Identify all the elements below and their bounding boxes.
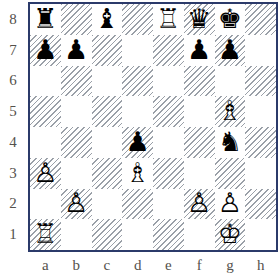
- piece-white-bishop: ♗: [218, 97, 242, 124]
- square-b5[interactable]: [61, 96, 92, 127]
- rank-label-3: 3: [0, 158, 26, 189]
- square-f2[interactable]: ♙: [184, 189, 215, 220]
- square-e7[interactable]: [153, 35, 184, 66]
- square-c8[interactable]: ♝: [92, 4, 123, 35]
- square-f4[interactable]: [184, 127, 215, 158]
- rank-label-6: 6: [0, 66, 26, 97]
- file-label-f: f: [184, 253, 215, 278]
- square-h6[interactable]: [245, 66, 276, 97]
- square-b7[interactable]: ♟: [61, 35, 92, 66]
- piece-black-rook: ♜: [33, 5, 57, 32]
- square-d6[interactable]: [122, 66, 153, 97]
- file-label-h: h: [245, 253, 276, 278]
- square-f7[interactable]: ♟: [184, 35, 215, 66]
- square-f3[interactable]: [184, 158, 215, 189]
- square-g2[interactable]: ♙: [215, 189, 246, 220]
- square-e6[interactable]: [153, 66, 184, 97]
- square-a8[interactable]: ♜: [30, 4, 61, 35]
- piece-black-queen: ♛: [187, 5, 211, 32]
- square-e1[interactable]: [153, 219, 184, 250]
- square-e3[interactable]: [153, 158, 184, 189]
- rank-label-7: 7: [0, 35, 26, 66]
- square-d4[interactable]: ♟: [122, 127, 153, 158]
- square-h1[interactable]: [245, 219, 276, 250]
- square-e8[interactable]: ♖: [153, 4, 184, 35]
- square-h4[interactable]: [245, 127, 276, 158]
- square-e5[interactable]: [153, 96, 184, 127]
- piece-black-pawn: ♟: [218, 36, 242, 63]
- square-g8[interactable]: ♚: [215, 4, 246, 35]
- chess-diagram: 8 7 6 5 4 3 2 1 ♜♝♖♛♚♟♟♟♟♗♟♞♙♗♙♙♙♖♔ a b …: [0, 0, 279, 280]
- rank-label-5: 5: [0, 96, 26, 127]
- piece-black-pawn: ♟: [126, 128, 150, 155]
- square-a3[interactable]: ♙: [30, 158, 61, 189]
- square-h7[interactable]: [245, 35, 276, 66]
- file-label-c: c: [92, 253, 123, 278]
- square-f8[interactable]: ♛: [184, 4, 215, 35]
- square-a6[interactable]: [30, 66, 61, 97]
- piece-white-king: ♔: [218, 220, 242, 247]
- piece-black-pawn: ♟: [64, 36, 88, 63]
- rank-label-4: 4: [0, 127, 26, 158]
- square-a2[interactable]: [30, 189, 61, 220]
- square-h3[interactable]: [245, 158, 276, 189]
- piece-white-pawn: ♙: [33, 159, 57, 186]
- rank-label-8: 8: [0, 4, 26, 35]
- square-h5[interactable]: [245, 96, 276, 127]
- rank-label-1: 1: [0, 219, 26, 250]
- square-b8[interactable]: [61, 4, 92, 35]
- square-c1[interactable]: [92, 219, 123, 250]
- square-f6[interactable]: [184, 66, 215, 97]
- file-label-b: b: [61, 253, 92, 278]
- square-g5[interactable]: ♗: [215, 96, 246, 127]
- piece-white-pawn: ♙: [187, 189, 211, 216]
- square-c4[interactable]: [92, 127, 123, 158]
- square-g6[interactable]: [215, 66, 246, 97]
- piece-black-pawn: ♟: [33, 36, 57, 63]
- file-label-e: e: [153, 253, 184, 278]
- square-a4[interactable]: [30, 127, 61, 158]
- piece-black-pawn: ♟: [187, 36, 211, 63]
- square-f5[interactable]: [184, 96, 215, 127]
- square-c2[interactable]: [92, 189, 123, 220]
- square-b3[interactable]: [61, 158, 92, 189]
- square-g4[interactable]: ♞: [215, 127, 246, 158]
- square-c3[interactable]: [92, 158, 123, 189]
- square-a1[interactable]: ♖: [30, 219, 61, 250]
- square-d1[interactable]: [122, 219, 153, 250]
- square-c7[interactable]: [92, 35, 123, 66]
- square-b1[interactable]: [61, 219, 92, 250]
- square-c6[interactable]: [92, 66, 123, 97]
- piece-white-pawn: ♙: [218, 189, 242, 216]
- square-h2[interactable]: [245, 189, 276, 220]
- square-d7[interactable]: [122, 35, 153, 66]
- square-a5[interactable]: [30, 96, 61, 127]
- square-a7[interactable]: ♟: [30, 35, 61, 66]
- square-f1[interactable]: [184, 219, 215, 250]
- piece-white-bishop: ♗: [126, 159, 150, 186]
- square-b2[interactable]: ♙: [61, 189, 92, 220]
- chess-board: ♜♝♖♛♚♟♟♟♟♗♟♞♙♗♙♙♙♖♔: [28, 2, 278, 252]
- piece-white-pawn: ♙: [64, 189, 88, 216]
- piece-white-rook: ♖: [156, 5, 180, 32]
- rank-label-2: 2: [0, 189, 26, 220]
- square-b4[interactable]: [61, 127, 92, 158]
- file-label-a: a: [30, 253, 61, 278]
- piece-black-knight: ♞: [218, 128, 242, 155]
- piece-black-bishop: ♝: [95, 5, 119, 32]
- square-c5[interactable]: [92, 96, 123, 127]
- piece-black-king: ♚: [218, 5, 242, 32]
- square-d2[interactable]: [122, 189, 153, 220]
- square-d3[interactable]: ♗: [122, 158, 153, 189]
- file-label-d: d: [122, 253, 153, 278]
- square-g7[interactable]: ♟: [215, 35, 246, 66]
- square-e4[interactable]: [153, 127, 184, 158]
- square-e2[interactable]: [153, 189, 184, 220]
- square-g3[interactable]: [215, 158, 246, 189]
- square-d8[interactable]: [122, 4, 153, 35]
- square-d5[interactable]: [122, 96, 153, 127]
- square-b6[interactable]: [61, 66, 92, 97]
- square-h8[interactable]: [245, 4, 276, 35]
- square-g1[interactable]: ♔: [215, 219, 246, 250]
- file-labels: a b c d e f g h: [30, 253, 276, 278]
- piece-white-rook: ♖: [33, 220, 57, 247]
- rank-labels: 8 7 6 5 4 3 2 1: [0, 4, 26, 250]
- file-label-g: g: [215, 253, 246, 278]
